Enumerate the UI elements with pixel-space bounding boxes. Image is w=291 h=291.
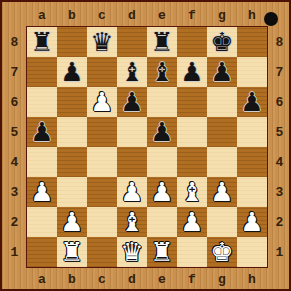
rank-label-1: 1 [269,237,290,267]
square-g7[interactable]: ♟ [207,57,237,87]
square-g8[interactable]: ♚ [207,27,237,57]
white-king-g1[interactable]: ♚ [210,237,233,267]
square-e1[interactable]: ♜ [147,237,177,267]
square-e7[interactable]: ♝ [147,57,177,87]
file-label-a: a [27,269,57,289]
square-e2[interactable] [147,207,177,237]
white-bishop-d2[interactable]: ♝ [120,207,143,237]
square-h4[interactable] [237,147,267,177]
black-bishop-d7[interactable]: ♝ [120,57,143,87]
square-d7[interactable]: ♝ [117,57,147,87]
white-pawn-a3[interactable]: ♟ [30,177,53,207]
square-a1[interactable] [27,237,57,267]
square-b6[interactable] [57,87,87,117]
square-e5[interactable]: ♟ [147,117,177,147]
square-d2[interactable]: ♝ [117,207,147,237]
square-e6[interactable] [147,87,177,117]
square-c6[interactable]: ♟ [87,87,117,117]
rank-label-7: 7 [269,57,290,87]
square-g3[interactable]: ♟ [207,177,237,207]
square-f5[interactable] [177,117,207,147]
file-label-b: b [57,269,87,289]
file-label-b: b [57,5,87,25]
black-to-move-indicator [264,12,278,26]
file-label-g: g [207,269,237,289]
square-a4[interactable] [27,147,57,177]
square-h1[interactable] [237,237,267,267]
square-c8[interactable]: ♛ [87,27,117,57]
square-h6[interactable]: ♟ [237,87,267,117]
square-g4[interactable] [207,147,237,177]
square-d8[interactable] [117,27,147,57]
square-b5[interactable] [57,117,87,147]
rank-label-4: 4 [4,147,25,177]
square-f3[interactable]: ♝ [177,177,207,207]
square-d4[interactable] [117,147,147,177]
square-c4[interactable] [87,147,117,177]
square-h3[interactable] [237,177,267,207]
square-d1[interactable]: ♛ [117,237,147,267]
square-g5[interactable] [207,117,237,147]
square-b8[interactable] [57,27,87,57]
rank-label-4: 4 [269,147,290,177]
black-rook-e8[interactable]: ♜ [150,27,173,57]
black-queen-c8[interactable]: ♛ [90,27,113,57]
white-pawn-f2[interactable]: ♟ [180,207,203,237]
square-f6[interactable] [177,87,207,117]
white-queen-d1[interactable]: ♛ [120,237,143,267]
chess-board: ♜♛♜♚♟♝♝♟♟♟♟♟♟♟♟♟♟♝♟♟♝♟♟♜♛♜♚ [26,26,268,268]
white-rook-b1[interactable]: ♜ [60,237,83,267]
file-labels-top: abcdefgh [27,5,267,25]
square-b7[interactable]: ♟ [57,57,87,87]
rank-label-7: 7 [4,57,25,87]
rank-label-1: 1 [4,237,25,267]
square-e3[interactable]: ♟ [147,177,177,207]
black-pawn-h6[interactable]: ♟ [240,87,263,117]
file-label-e: e [147,269,177,289]
file-label-g: g [207,5,237,25]
white-pawn-e3[interactable]: ♟ [150,177,173,207]
square-a7[interactable] [27,57,57,87]
square-g2[interactable] [207,207,237,237]
file-label-f: f [177,5,207,25]
square-d6[interactable]: ♟ [117,87,147,117]
square-e4[interactable] [147,147,177,177]
square-a6[interactable] [27,87,57,117]
square-b4[interactable] [57,147,87,177]
rank-labels-right: 87654321 [269,27,290,267]
square-g1[interactable]: ♚ [207,237,237,267]
square-h8[interactable] [237,27,267,57]
square-c7[interactable] [87,57,117,87]
square-g6[interactable] [207,87,237,117]
rank-labels-left: 87654321 [4,27,25,267]
rank-label-5: 5 [4,117,25,147]
black-pawn-f7[interactable]: ♟ [180,57,203,87]
black-pawn-g7[interactable]: ♟ [210,57,233,87]
file-label-h: h [237,5,267,25]
chess-board-frame: abcdefgh abcdefgh 87654321 87654321 ♜♛♜♚… [0,0,291,291]
rank-label-8: 8 [4,27,25,57]
square-h5[interactable] [237,117,267,147]
white-rook-e1[interactable]: ♜ [150,237,173,267]
rank-label-3: 3 [4,177,25,207]
square-a8[interactable]: ♜ [27,27,57,57]
file-label-h: h [237,269,267,289]
file-label-c: c [87,5,117,25]
file-label-d: d [117,269,147,289]
square-b2[interactable]: ♟ [57,207,87,237]
file-label-e: e [147,5,177,25]
white-pawn-c6[interactable]: ♟ [90,87,113,117]
white-pawn-h2[interactable]: ♟ [240,207,263,237]
rank-label-2: 2 [4,207,25,237]
square-h2[interactable]: ♟ [237,207,267,237]
rank-label-6: 6 [4,87,25,117]
square-f1[interactable] [177,237,207,267]
white-pawn-b2[interactable]: ♟ [60,207,83,237]
square-d5[interactable] [117,117,147,147]
file-label-d: d [117,5,147,25]
file-labels-bottom: abcdefgh [27,269,267,289]
square-b1[interactable]: ♜ [57,237,87,267]
rank-label-2: 2 [269,207,290,237]
black-king-g8[interactable]: ♚ [210,27,233,57]
white-pawn-g3[interactable]: ♟ [210,177,233,207]
square-f2[interactable]: ♟ [177,207,207,237]
black-pawn-a5[interactable]: ♟ [30,117,53,147]
black-rook-a8[interactable]: ♜ [30,27,53,57]
file-label-c: c [87,269,117,289]
square-a3[interactable]: ♟ [27,177,57,207]
square-e8[interactable]: ♜ [147,27,177,57]
square-f7[interactable]: ♟ [177,57,207,87]
square-c2[interactable] [87,207,117,237]
square-d3[interactable]: ♟ [117,177,147,207]
square-c1[interactable] [87,237,117,267]
square-a2[interactable] [27,207,57,237]
square-c5[interactable] [87,117,117,147]
square-c3[interactable] [87,177,117,207]
white-pawn-d3[interactable]: ♟ [120,177,143,207]
white-bishop-f3[interactable]: ♝ [180,177,203,207]
black-pawn-e5[interactable]: ♟ [150,117,173,147]
square-a5[interactable]: ♟ [27,117,57,147]
rank-label-5: 5 [269,117,290,147]
rank-label-8: 8 [269,27,290,57]
square-b3[interactable] [57,177,87,207]
black-pawn-b7[interactable]: ♟ [60,57,83,87]
black-pawn-d6[interactable]: ♟ [120,87,143,117]
rank-label-3: 3 [269,177,290,207]
rank-label-6: 6 [269,87,290,117]
square-f4[interactable] [177,147,207,177]
file-label-f: f [177,269,207,289]
black-bishop-e7[interactable]: ♝ [150,57,173,87]
square-f8[interactable] [177,27,207,57]
square-h7[interactable] [237,57,267,87]
file-label-a: a [27,5,57,25]
